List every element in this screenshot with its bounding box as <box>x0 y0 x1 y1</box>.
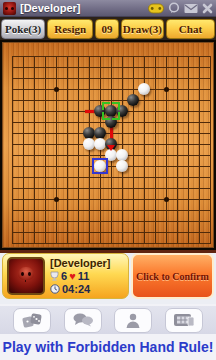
game-window: [Developer] Poke(3) Resign 09 Draw(3) Ch… <box>0 0 216 360</box>
title-bar: [Developer] <box>0 0 216 17</box>
players-button[interactable] <box>114 308 152 333</box>
resign-button[interactable]: Resign <box>47 19 93 39</box>
dice-button[interactable] <box>13 308 51 333</box>
white-stone <box>138 83 150 95</box>
game-card-icon <box>173 312 195 328</box>
game-table-button[interactable] <box>165 308 203 333</box>
chat-bubble-icon[interactable] <box>168 2 180 14</box>
chat-bubbles-icon <box>72 312 94 328</box>
chat-button[interactable]: Chat <box>166 19 215 39</box>
forbidden-line-arrowhead <box>107 145 115 151</box>
clock-icon <box>50 284 60 294</box>
game-board[interactable] <box>0 40 216 250</box>
star-point <box>54 87 59 92</box>
white-stone <box>116 160 128 172</box>
gamepad-icon[interactable] <box>148 3 164 14</box>
trophy-icon <box>50 271 59 281</box>
heart-icon: ♥ <box>69 271 76 281</box>
star-point <box>164 197 169 202</box>
player-time: 04:24 <box>50 283 111 295</box>
player-info-panel: [Developer] 6 ♥ 11 04:24 <box>2 253 129 299</box>
dice-icon <box>21 312 43 329</box>
black-stone <box>127 94 139 106</box>
confirm-button[interactable]: Click to Confirm <box>131 253 214 299</box>
chat-room-button[interactable] <box>64 308 102 333</box>
player-panel-zone: [Developer] 6 ♥ 11 04:24 Click to Confir… <box>0 250 216 304</box>
pending-move-box[interactable] <box>92 158 108 174</box>
last-move-marker <box>102 102 120 120</box>
heart-count: 11 <box>78 270 90 282</box>
close-icon[interactable] <box>202 3 213 14</box>
bottom-toolbar <box>0 306 216 334</box>
poke-button[interactable]: Poke(3) <box>1 19 45 39</box>
trophy-count: 6 <box>61 270 67 282</box>
title-bar-icons <box>148 2 213 14</box>
app-avatar-icon <box>3 2 16 15</box>
footer-text[interactable]: Play with Forbidden Hand Rule! <box>3 339 214 355</box>
board-grid[interactable] <box>12 56 211 244</box>
time-value: 04:24 <box>62 283 90 295</box>
star-point <box>164 87 169 92</box>
player-texts: [Developer] 6 ♥ 11 04:24 <box>50 257 111 295</box>
person-icon <box>125 312 141 329</box>
star-point <box>54 197 59 202</box>
window-title: [Developer] <box>20 2 81 14</box>
board-wood <box>2 42 214 248</box>
footer: Play with Forbidden Hand Rule! <box>0 334 216 360</box>
player-name: [Developer] <box>50 257 111 269</box>
move-counter-button[interactable]: 09 <box>95 19 119 39</box>
player-stats: 6 ♥ 11 <box>50 270 111 282</box>
menu-bar: Poke(3) Resign 09 Draw(3) Chat <box>0 17 216 40</box>
mail-icon[interactable] <box>184 3 198 14</box>
player-avatar <box>7 257 45 295</box>
draw-button[interactable]: Draw(3) <box>121 19 164 39</box>
